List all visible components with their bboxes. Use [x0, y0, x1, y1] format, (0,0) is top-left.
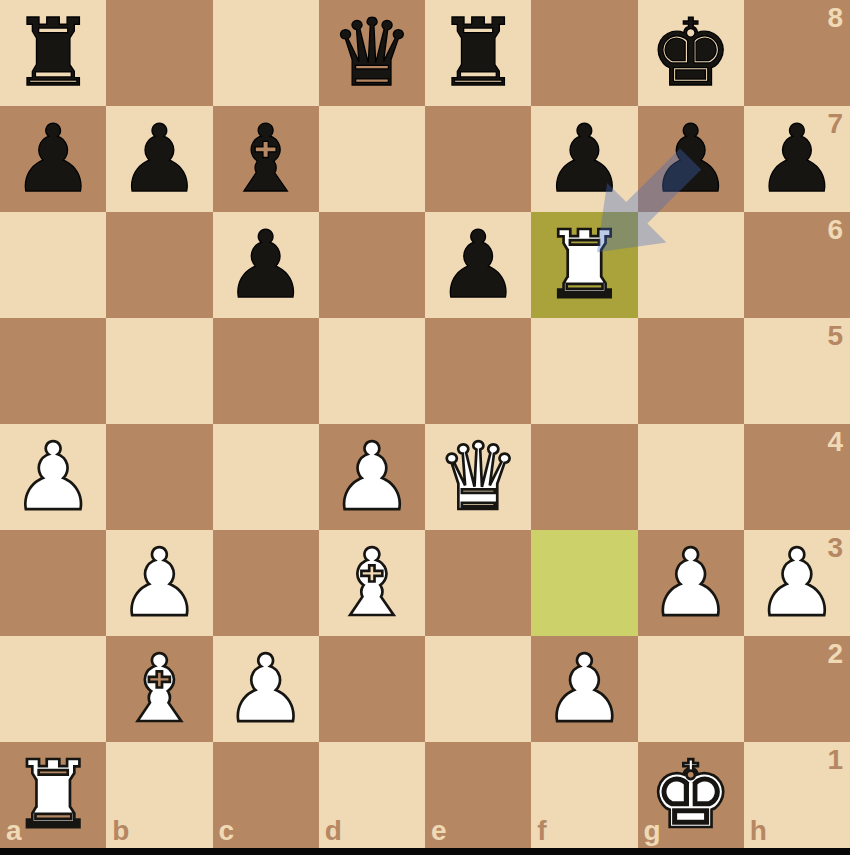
square-g8[interactable]: ♚ — [638, 0, 744, 106]
rank-label-6: 6 — [827, 216, 843, 244]
square-b8[interactable] — [106, 0, 212, 106]
square-h4[interactable]: 4 — [744, 424, 850, 530]
white-king-g1[interactable]: ♚ — [638, 742, 744, 848]
rank-label-4: 4 — [827, 428, 843, 456]
square-b4[interactable] — [106, 424, 212, 530]
square-b7[interactable]: ♟ — [106, 106, 212, 212]
square-g6[interactable] — [638, 212, 744, 318]
rank-label-5: 5 — [827, 322, 843, 350]
square-c6[interactable]: ♟ — [213, 212, 319, 318]
square-b2[interactable]: ♝ — [106, 636, 212, 742]
white-pawn-c2[interactable]: ♟ — [213, 636, 319, 742]
white-pawn-a4[interactable]: ♟ — [0, 424, 106, 530]
chess-board: ♜♛♜♚8♟♟♝♟♟7♟♟♟♜65♟♟♛4♟♝♟3♟♝♟♟2a♜bcdefg♚1… — [0, 0, 850, 848]
square-e6[interactable]: ♟ — [425, 212, 531, 318]
square-a8[interactable]: ♜ — [0, 0, 106, 106]
rank-label-8: 8 — [827, 4, 843, 32]
square-f1[interactable]: f — [531, 742, 637, 848]
square-e5[interactable] — [425, 318, 531, 424]
square-g5[interactable] — [638, 318, 744, 424]
white-pawn-f2[interactable]: ♟ — [531, 636, 637, 742]
file-label-e: e — [431, 817, 447, 845]
black-pawn-b7[interactable]: ♟ — [106, 106, 212, 212]
square-h7[interactable]: 7♟ — [744, 106, 850, 212]
white-pawn-b3[interactable]: ♟ — [106, 530, 212, 636]
chess-app: ♜♛♜♚8♟♟♝♟♟7♟♟♟♜65♟♟♛4♟♝♟3♟♝♟♟2a♜bcdefg♚1… — [0, 0, 850, 855]
square-a3[interactable] — [0, 530, 106, 636]
square-f6[interactable]: ♜ — [531, 212, 637, 318]
white-pawn-h3[interactable]: ♟ — [744, 530, 850, 636]
black-queen-d8[interactable]: ♛ — [319, 0, 425, 106]
square-h2[interactable]: 2 — [744, 636, 850, 742]
black-pawn-g7[interactable]: ♟ — [638, 106, 744, 212]
square-g1[interactable]: g♚ — [638, 742, 744, 848]
square-b3[interactable]: ♟ — [106, 530, 212, 636]
square-c7[interactable]: ♝ — [213, 106, 319, 212]
white-bishop-d3[interactable]: ♝ — [319, 530, 425, 636]
square-g2[interactable] — [638, 636, 744, 742]
square-c4[interactable] — [213, 424, 319, 530]
square-b1[interactable]: b — [106, 742, 212, 848]
square-a2[interactable] — [0, 636, 106, 742]
square-a6[interactable] — [0, 212, 106, 318]
white-bishop-b2[interactable]: ♝ — [106, 636, 212, 742]
square-f4[interactable] — [531, 424, 637, 530]
file-label-f: f — [537, 817, 546, 845]
square-d4[interactable]: ♟ — [319, 424, 425, 530]
square-f7[interactable]: ♟ — [531, 106, 637, 212]
square-d3[interactable]: ♝ — [319, 530, 425, 636]
square-e7[interactable] — [425, 106, 531, 212]
square-h6[interactable]: 6 — [744, 212, 850, 318]
white-pawn-g3[interactable]: ♟ — [638, 530, 744, 636]
square-f2[interactable]: ♟ — [531, 636, 637, 742]
bottom-bar — [0, 848, 850, 855]
black-pawn-f7[interactable]: ♟ — [531, 106, 637, 212]
square-e2[interactable] — [425, 636, 531, 742]
square-d5[interactable] — [319, 318, 425, 424]
square-a7[interactable]: ♟ — [0, 106, 106, 212]
rank-label-1: 1 — [827, 746, 843, 774]
file-label-c: c — [219, 817, 235, 845]
square-e8[interactable]: ♜ — [425, 0, 531, 106]
square-h1[interactable]: 1h — [744, 742, 850, 848]
white-rook-a1[interactable]: ♜ — [0, 742, 106, 848]
square-e4[interactable]: ♛ — [425, 424, 531, 530]
square-h5[interactable]: 5 — [744, 318, 850, 424]
square-d1[interactable]: d — [319, 742, 425, 848]
square-d8[interactable]: ♛ — [319, 0, 425, 106]
square-a4[interactable]: ♟ — [0, 424, 106, 530]
square-h3[interactable]: 3♟ — [744, 530, 850, 636]
black-pawn-e6[interactable]: ♟ — [425, 212, 531, 318]
square-d7[interactable] — [319, 106, 425, 212]
square-c1[interactable]: c — [213, 742, 319, 848]
square-c5[interactable] — [213, 318, 319, 424]
black-pawn-a7[interactable]: ♟ — [0, 106, 106, 212]
square-c2[interactable]: ♟ — [213, 636, 319, 742]
square-f3[interactable] — [531, 530, 637, 636]
white-queen-e4[interactable]: ♛ — [425, 424, 531, 530]
square-b6[interactable] — [106, 212, 212, 318]
square-a1[interactable]: a♜ — [0, 742, 106, 848]
file-label-h: h — [750, 817, 767, 845]
square-d2[interactable] — [319, 636, 425, 742]
square-e3[interactable] — [425, 530, 531, 636]
square-b5[interactable] — [106, 318, 212, 424]
rank-label-2: 2 — [827, 640, 843, 668]
file-label-b: b — [112, 817, 129, 845]
black-rook-e8[interactable]: ♜ — [425, 0, 531, 106]
black-rook-a8[interactable]: ♜ — [0, 0, 106, 106]
square-f5[interactable] — [531, 318, 637, 424]
square-c3[interactable] — [213, 530, 319, 636]
square-h8[interactable]: 8 — [744, 0, 850, 106]
square-a5[interactable] — [0, 318, 106, 424]
white-rook-f6[interactable]: ♜ — [531, 212, 637, 318]
square-c8[interactable] — [213, 0, 319, 106]
square-e1[interactable]: e — [425, 742, 531, 848]
square-g3[interactable]: ♟ — [638, 530, 744, 636]
black-pawn-h7[interactable]: ♟ — [744, 106, 850, 212]
black-king-g8[interactable]: ♚ — [638, 0, 744, 106]
black-pawn-c6[interactable]: ♟ — [213, 212, 319, 318]
file-label-d: d — [325, 817, 342, 845]
square-d6[interactable] — [319, 212, 425, 318]
square-g4[interactable] — [638, 424, 744, 530]
black-bishop-c7[interactable]: ♝ — [213, 106, 319, 212]
square-g7[interactable]: ♟ — [638, 106, 744, 212]
square-f8[interactable] — [531, 0, 637, 106]
white-pawn-d4[interactable]: ♟ — [319, 424, 425, 530]
